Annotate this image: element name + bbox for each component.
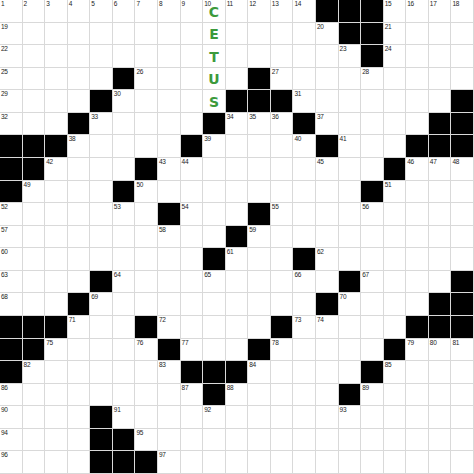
grid-cell[interactable]: 48 — [451, 158, 474, 181]
grid-cell[interactable]: 65 — [203, 271, 226, 294]
grid-cell[interactable]: E — [203, 23, 226, 46]
grid-cell[interactable] — [226, 135, 249, 158]
grid-cell[interactable]: 72 — [158, 316, 181, 339]
grid-cell[interactable] — [181, 23, 204, 46]
grid-cell[interactable] — [384, 113, 407, 136]
grid-cell[interactable] — [45, 113, 68, 136]
grid-cell[interactable] — [406, 113, 429, 136]
grid-cell[interactable]: 83 — [158, 361, 181, 384]
grid-cell[interactable] — [23, 248, 46, 271]
grid-cell[interactable] — [68, 226, 91, 249]
grid-cell[interactable]: 74 — [316, 316, 339, 339]
grid-cell[interactable] — [293, 45, 316, 68]
grid-cell[interactable] — [203, 158, 226, 181]
grid-cell[interactable]: 95 — [135, 429, 158, 452]
grid-cell[interactable]: 91 — [113, 406, 136, 429]
grid-cell[interactable] — [181, 181, 204, 204]
grid-cell[interactable] — [316, 406, 339, 429]
grid-cell[interactable]: 27 — [271, 68, 294, 91]
grid-cell[interactable] — [339, 339, 362, 362]
grid-cell[interactable] — [68, 384, 91, 407]
grid-cell[interactable] — [293, 226, 316, 249]
grid-cell[interactable] — [158, 23, 181, 46]
grid-cell[interactable]: 96 — [0, 451, 23, 474]
grid-cell[interactable] — [361, 248, 384, 271]
grid-cell[interactable]: 20 — [316, 23, 339, 46]
grid-cell[interactable]: 94 — [0, 429, 23, 452]
grid-cell[interactable] — [45, 361, 68, 384]
grid-cell[interactable] — [316, 226, 339, 249]
grid-cell[interactable] — [271, 271, 294, 294]
grid-cell[interactable] — [113, 293, 136, 316]
grid-cell[interactable] — [23, 90, 46, 113]
grid-cell[interactable] — [158, 45, 181, 68]
grid-cell[interactable] — [181, 248, 204, 271]
grid-cell[interactable] — [226, 406, 249, 429]
grid-cell[interactable] — [158, 90, 181, 113]
grid-cell[interactable] — [135, 135, 158, 158]
grid-cell[interactable] — [406, 226, 429, 249]
grid-cell[interactable] — [293, 23, 316, 46]
grid-cell[interactable] — [271, 451, 294, 474]
grid-cell[interactable] — [293, 406, 316, 429]
grid-cell[interactable]: 23 — [339, 45, 362, 68]
grid-cell[interactable] — [45, 451, 68, 474]
grid-cell[interactable] — [203, 339, 226, 362]
grid-cell[interactable] — [181, 271, 204, 294]
grid-cell[interactable] — [90, 68, 113, 91]
grid-cell[interactable] — [271, 135, 294, 158]
grid-cell[interactable]: 89 — [361, 384, 384, 407]
grid-cell[interactable]: 71 — [68, 316, 91, 339]
grid-cell[interactable] — [90, 316, 113, 339]
grid-cell[interactable] — [429, 226, 452, 249]
grid-cell[interactable] — [113, 113, 136, 136]
grid-cell[interactable] — [203, 429, 226, 452]
grid-cell[interactable]: 52 — [0, 203, 23, 226]
grid-cell[interactable]: 40 — [293, 135, 316, 158]
grid-cell[interactable] — [384, 248, 407, 271]
grid-cell[interactable] — [45, 293, 68, 316]
grid-cell[interactable] — [23, 271, 46, 294]
grid-cell[interactable] — [113, 158, 136, 181]
grid-cell[interactable] — [429, 429, 452, 452]
grid-cell[interactable] — [248, 384, 271, 407]
grid-cell[interactable] — [271, 248, 294, 271]
grid-cell[interactable]: 56 — [361, 203, 384, 226]
grid-cell[interactable] — [90, 384, 113, 407]
grid-cell[interactable] — [23, 451, 46, 474]
grid-cell[interactable] — [384, 68, 407, 91]
grid-cell[interactable]: 39 — [203, 135, 226, 158]
grid-cell[interactable] — [113, 23, 136, 46]
grid-cell[interactable] — [361, 113, 384, 136]
grid-cell[interactable] — [203, 181, 226, 204]
grid-cell[interactable]: 36 — [271, 113, 294, 136]
grid-cell[interactable]: 80 — [429, 339, 452, 362]
grid-cell[interactable]: S — [203, 90, 226, 113]
grid-cell[interactable] — [90, 339, 113, 362]
grid-cell[interactable]: 29 — [0, 90, 23, 113]
grid-cell[interactable] — [293, 181, 316, 204]
grid-cell[interactable]: 67 — [361, 271, 384, 294]
grid-cell[interactable]: 6 — [113, 0, 136, 23]
grid-cell[interactable] — [316, 181, 339, 204]
grid-cell[interactable]: 43 — [158, 158, 181, 181]
grid-cell[interactable] — [90, 203, 113, 226]
grid-cell[interactable]: 45 — [316, 158, 339, 181]
grid-cell[interactable] — [23, 293, 46, 316]
grid-cell[interactable] — [339, 203, 362, 226]
grid-cell[interactable] — [248, 451, 271, 474]
grid-cell[interactable] — [429, 406, 452, 429]
grid-cell[interactable] — [158, 271, 181, 294]
grid-cell[interactable] — [406, 68, 429, 91]
grid-cell[interactable] — [271, 429, 294, 452]
grid-cell[interactable]: 44 — [181, 158, 204, 181]
grid-cell[interactable] — [248, 45, 271, 68]
grid-cell[interactable] — [248, 406, 271, 429]
grid-cell[interactable] — [271, 45, 294, 68]
grid-cell[interactable] — [339, 226, 362, 249]
grid-cell[interactable] — [316, 68, 339, 91]
grid-cell[interactable] — [45, 429, 68, 452]
grid-cell[interactable] — [68, 23, 91, 46]
grid-cell[interactable]: 18 — [451, 0, 474, 23]
grid-cell[interactable]: 22 — [0, 45, 23, 68]
grid-cell[interactable] — [90, 181, 113, 204]
grid-cell[interactable]: 90 — [0, 406, 23, 429]
grid-cell[interactable]: 81 — [451, 339, 474, 362]
grid-cell[interactable] — [23, 45, 46, 68]
grid-cell[interactable] — [158, 406, 181, 429]
grid-cell[interactable] — [316, 384, 339, 407]
grid-cell[interactable] — [361, 451, 384, 474]
grid-cell[interactable] — [429, 203, 452, 226]
grid-cell[interactable] — [45, 90, 68, 113]
grid-cell[interactable] — [248, 316, 271, 339]
grid-cell[interactable] — [181, 90, 204, 113]
grid-cell[interactable] — [158, 181, 181, 204]
grid-cell[interactable]: 50 — [135, 181, 158, 204]
grid-cell[interactable] — [226, 158, 249, 181]
grid-cell[interactable] — [429, 181, 452, 204]
grid-cell[interactable]: 21 — [384, 23, 407, 46]
grid-cell[interactable]: 78 — [271, 339, 294, 362]
grid-cell[interactable] — [45, 68, 68, 91]
grid-cell[interactable] — [181, 451, 204, 474]
grid-cell[interactable] — [406, 248, 429, 271]
grid-cell[interactable] — [451, 384, 474, 407]
grid-cell[interactable] — [339, 90, 362, 113]
grid-cell[interactable] — [406, 293, 429, 316]
grid-cell[interactable] — [271, 158, 294, 181]
grid-cell[interactable] — [135, 90, 158, 113]
grid-cell[interactable] — [248, 23, 271, 46]
grid-cell[interactable] — [384, 90, 407, 113]
grid-cell[interactable] — [226, 45, 249, 68]
grid-cell[interactable] — [181, 293, 204, 316]
grid-cell[interactable]: 38 — [68, 135, 91, 158]
grid-cell[interactable] — [68, 181, 91, 204]
grid-cell[interactable] — [429, 90, 452, 113]
grid-cell[interactable] — [406, 45, 429, 68]
grid-cell[interactable] — [316, 429, 339, 452]
grid-cell[interactable] — [451, 429, 474, 452]
grid-cell[interactable]: 47 — [429, 158, 452, 181]
grid-cell[interactable] — [181, 68, 204, 91]
grid-cell[interactable] — [339, 68, 362, 91]
grid-cell[interactable] — [361, 226, 384, 249]
grid-cell[interactable] — [181, 429, 204, 452]
grid-cell[interactable] — [361, 316, 384, 339]
grid-cell[interactable] — [361, 135, 384, 158]
grid-cell[interactable] — [90, 23, 113, 46]
grid-cell[interactable] — [271, 23, 294, 46]
grid-cell[interactable]: 58 — [158, 226, 181, 249]
grid-cell[interactable] — [384, 429, 407, 452]
grid-cell[interactable] — [271, 406, 294, 429]
grid-cell[interactable] — [68, 271, 91, 294]
grid-cell[interactable] — [339, 316, 362, 339]
grid-cell[interactable] — [316, 361, 339, 384]
grid-cell[interactable] — [429, 45, 452, 68]
grid-cell[interactable] — [406, 406, 429, 429]
grid-cell[interactable] — [68, 248, 91, 271]
grid-cell[interactable] — [429, 248, 452, 271]
grid-cell[interactable] — [135, 406, 158, 429]
grid-cell[interactable]: 9 — [181, 0, 204, 23]
grid-cell[interactable] — [158, 135, 181, 158]
grid-cell[interactable]: 7 — [135, 0, 158, 23]
grid-cell[interactable]: 37 — [316, 113, 339, 136]
grid-cell[interactable] — [68, 90, 91, 113]
grid-cell[interactable]: 70 — [339, 293, 362, 316]
grid-cell[interactable]: 41 — [339, 135, 362, 158]
grid-cell[interactable] — [339, 429, 362, 452]
grid-cell[interactable] — [406, 203, 429, 226]
grid-cell[interactable] — [135, 226, 158, 249]
grid-cell[interactable]: 25 — [0, 68, 23, 91]
grid-cell[interactable] — [158, 293, 181, 316]
grid-cell[interactable]: 54 — [181, 203, 204, 226]
grid-cell[interactable] — [316, 203, 339, 226]
grid-cell[interactable] — [293, 384, 316, 407]
grid-cell[interactable] — [158, 248, 181, 271]
grid-cell[interactable] — [316, 90, 339, 113]
grid-cell[interactable] — [135, 203, 158, 226]
grid-cell[interactable] — [23, 384, 46, 407]
grid-cell[interactable]: 42 — [45, 158, 68, 181]
grid-cell[interactable] — [406, 451, 429, 474]
grid-cell[interactable] — [384, 135, 407, 158]
grid-cell[interactable] — [158, 384, 181, 407]
grid-cell[interactable] — [226, 181, 249, 204]
grid-cell[interactable]: 32 — [0, 113, 23, 136]
grid-cell[interactable] — [135, 384, 158, 407]
grid-cell[interactable] — [248, 158, 271, 181]
grid-cell[interactable] — [68, 68, 91, 91]
grid-cell[interactable] — [68, 203, 91, 226]
grid-cell[interactable] — [45, 406, 68, 429]
grid-cell[interactable]: 64 — [113, 271, 136, 294]
grid-cell[interactable] — [45, 248, 68, 271]
grid-cell[interactable] — [451, 23, 474, 46]
grid-cell[interactable]: 31 — [293, 90, 316, 113]
grid-cell[interactable] — [271, 181, 294, 204]
grid-cell[interactable] — [339, 451, 362, 474]
grid-cell[interactable] — [248, 429, 271, 452]
grid-cell[interactable] — [45, 203, 68, 226]
grid-cell[interactable] — [293, 429, 316, 452]
grid-cell[interactable] — [361, 429, 384, 452]
grid-cell[interactable] — [339, 248, 362, 271]
grid-cell[interactable] — [113, 384, 136, 407]
grid-cell[interactable] — [181, 406, 204, 429]
grid-cell[interactable] — [248, 248, 271, 271]
grid-cell[interactable]: 85 — [384, 361, 407, 384]
grid-cell[interactable] — [45, 271, 68, 294]
grid-cell[interactable] — [90, 226, 113, 249]
grid-cell[interactable] — [271, 293, 294, 316]
grid-cell[interactable] — [135, 23, 158, 46]
grid-cell[interactable] — [293, 68, 316, 91]
grid-cell[interactable]: 19 — [0, 23, 23, 46]
grid-cell[interactable] — [339, 181, 362, 204]
grid-cell[interactable] — [135, 248, 158, 271]
grid-cell[interactable] — [451, 248, 474, 271]
grid-cell[interactable] — [23, 429, 46, 452]
grid-cell[interactable] — [113, 45, 136, 68]
grid-cell[interactable] — [68, 361, 91, 384]
grid-cell[interactable] — [90, 158, 113, 181]
grid-cell[interactable] — [226, 293, 249, 316]
grid-cell[interactable] — [406, 429, 429, 452]
grid-cell[interactable] — [429, 451, 452, 474]
grid-cell[interactable] — [429, 23, 452, 46]
grid-cell[interactable] — [135, 293, 158, 316]
grid-cell[interactable] — [271, 384, 294, 407]
grid-cell[interactable] — [45, 384, 68, 407]
grid-cell[interactable]: 35 — [248, 113, 271, 136]
grid-cell[interactable] — [23, 406, 46, 429]
grid-cell[interactable] — [451, 203, 474, 226]
grid-cell[interactable] — [68, 339, 91, 362]
grid-cell[interactable] — [23, 68, 46, 91]
grid-cell[interactable] — [226, 68, 249, 91]
grid-cell[interactable] — [68, 158, 91, 181]
grid-cell[interactable] — [451, 406, 474, 429]
grid-cell[interactable]: 34 — [226, 113, 249, 136]
grid-cell[interactable] — [429, 361, 452, 384]
grid-cell[interactable]: T — [203, 45, 226, 68]
grid-cell[interactable] — [45, 23, 68, 46]
grid-cell[interactable] — [384, 316, 407, 339]
grid-cell[interactable]: 84 — [248, 361, 271, 384]
grid-cell[interactable] — [384, 293, 407, 316]
grid-cell[interactable]: 5 — [90, 0, 113, 23]
grid-cell[interactable]: 69 — [90, 293, 113, 316]
grid-cell[interactable] — [451, 361, 474, 384]
grid-cell[interactable] — [68, 406, 91, 429]
grid-cell[interactable] — [248, 271, 271, 294]
grid-cell[interactable] — [113, 248, 136, 271]
grid-cell[interactable]: 1 — [0, 0, 23, 23]
grid-cell[interactable] — [203, 451, 226, 474]
grid-cell[interactable] — [293, 361, 316, 384]
grid-cell[interactable] — [90, 45, 113, 68]
grid-cell[interactable]: 97 — [158, 451, 181, 474]
grid-cell[interactable] — [90, 135, 113, 158]
grid-cell[interactable]: 87 — [181, 384, 204, 407]
grid-cell[interactable] — [406, 384, 429, 407]
grid-cell[interactable] — [451, 226, 474, 249]
grid-cell[interactable] — [406, 271, 429, 294]
grid-cell[interactable] — [203, 203, 226, 226]
grid-cell[interactable]: 68 — [0, 293, 23, 316]
grid-cell[interactable] — [135, 271, 158, 294]
grid-cell[interactable] — [226, 203, 249, 226]
grid-cell[interactable] — [90, 361, 113, 384]
grid-cell[interactable] — [181, 316, 204, 339]
grid-cell[interactable] — [181, 113, 204, 136]
grid-cell[interactable] — [429, 271, 452, 294]
grid-cell[interactable]: 73 — [293, 316, 316, 339]
grid-cell[interactable] — [158, 68, 181, 91]
grid-cell[interactable]: 55 — [271, 203, 294, 226]
grid-cell[interactable] — [384, 451, 407, 474]
grid-cell[interactable] — [316, 339, 339, 362]
grid-cell[interactable] — [23, 23, 46, 46]
grid-cell[interactable]: 8 — [158, 0, 181, 23]
grid-cell[interactable] — [384, 203, 407, 226]
grid-cell[interactable] — [271, 226, 294, 249]
grid-cell[interactable]: 15 — [384, 0, 407, 23]
grid-cell[interactable]: 62 — [316, 248, 339, 271]
grid-cell[interactable] — [406, 361, 429, 384]
grid-cell[interactable] — [68, 451, 91, 474]
grid-cell[interactable] — [203, 226, 226, 249]
grid-cell[interactable]: 4 — [68, 0, 91, 23]
grid-cell[interactable]: 26 — [135, 68, 158, 91]
grid-cell[interactable] — [451, 68, 474, 91]
grid-cell[interactable]: 82 — [23, 361, 46, 384]
grid-cell[interactable] — [406, 23, 429, 46]
grid-cell[interactable] — [226, 23, 249, 46]
grid-cell[interactable] — [429, 68, 452, 91]
grid-cell[interactable] — [226, 339, 249, 362]
grid-cell[interactable]: 76 — [135, 339, 158, 362]
grid-cell[interactable]: 51 — [384, 181, 407, 204]
grid-cell[interactable] — [384, 384, 407, 407]
grid-cell[interactable]: 57 — [0, 226, 23, 249]
grid-cell[interactable] — [203, 316, 226, 339]
grid-cell[interactable] — [23, 203, 46, 226]
grid-cell[interactable] — [316, 451, 339, 474]
grid-cell[interactable] — [361, 339, 384, 362]
grid-cell[interactable] — [339, 158, 362, 181]
grid-cell[interactable] — [293, 293, 316, 316]
grid-cell[interactable] — [384, 226, 407, 249]
grid-cell[interactable] — [293, 339, 316, 362]
grid-cell[interactable] — [406, 181, 429, 204]
grid-cell[interactable]: 46 — [406, 158, 429, 181]
grid-cell[interactable] — [316, 271, 339, 294]
grid-cell[interactable]: 92 — [203, 406, 226, 429]
grid-cell[interactable] — [158, 113, 181, 136]
grid-cell[interactable] — [361, 90, 384, 113]
grid-cell[interactable] — [361, 158, 384, 181]
